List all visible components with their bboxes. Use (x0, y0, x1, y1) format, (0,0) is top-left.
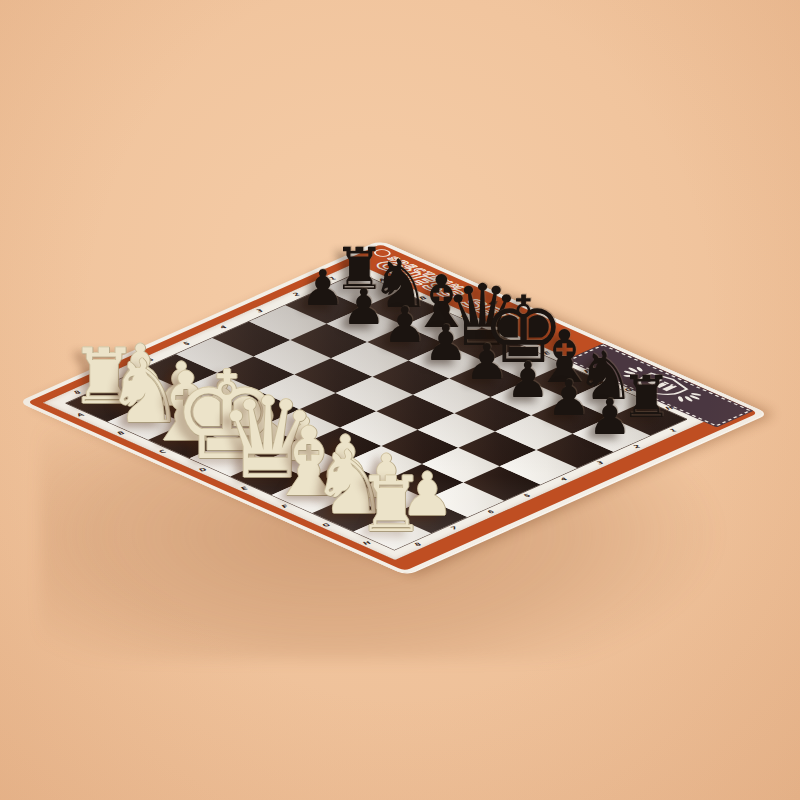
piece-black-pawn-d2[interactable]: ♟ (424, 319, 468, 368)
piece-black-pawn-h2[interactable]: ♟ (588, 393, 632, 442)
piece-white-rook-h8[interactable]: ♜ (357, 468, 425, 544)
piece-black-pawn-g2[interactable]: ♟ (547, 374, 591, 423)
piece-black-pawn-c2[interactable]: ♟ (383, 301, 427, 350)
piece-black-pawn-f2[interactable]: ♟ (506, 356, 550, 405)
piece-black-pawn-e2[interactable]: ♟ (465, 338, 509, 387)
piece-black-pawn-a2[interactable]: ♟ (301, 265, 345, 314)
piece-black-pawn-b2[interactable]: ♟ (342, 283, 386, 332)
